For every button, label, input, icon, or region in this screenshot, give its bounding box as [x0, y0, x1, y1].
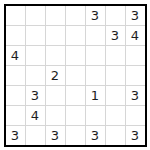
cell-r1c5-clue[interactable]: 3 [86, 6, 105, 25]
cell-r4c7-empty[interactable] [126, 66, 145, 85]
cell-r1c6-empty[interactable] [106, 6, 125, 25]
puzzle-board: 33344231343333 [4, 4, 147, 147]
cell-r3c1-clue[interactable]: 4 [6, 46, 25, 65]
cell-r6c4-empty[interactable] [66, 106, 85, 125]
cell-r2c6-clue[interactable]: 3 [106, 26, 125, 45]
cell-r4c6-empty[interactable] [106, 66, 125, 85]
cell-r5c4-empty[interactable] [66, 86, 85, 105]
cell-r5c7-clue[interactable]: 3 [126, 86, 145, 105]
cell-r3c3-empty[interactable] [46, 46, 65, 65]
cell-r4c1-empty[interactable] [6, 66, 25, 85]
cell-r7c3-clue[interactable]: 3 [46, 126, 65, 145]
cell-r4c2-empty[interactable] [26, 66, 45, 85]
puzzle-page: 33344231343333 [0, 0, 150, 150]
cell-r1c4-empty[interactable] [66, 6, 85, 25]
cell-r1c1-empty[interactable] [6, 6, 25, 25]
cell-r5c2-clue[interactable]: 3 [26, 86, 45, 105]
cell-r2c4-empty[interactable] [66, 26, 85, 45]
cell-r2c1-empty[interactable] [6, 26, 25, 45]
cell-r1c2-empty[interactable] [26, 6, 45, 25]
cell-r6c7-empty[interactable] [126, 106, 145, 125]
cell-r2c5-empty[interactable] [86, 26, 105, 45]
cell-r3c6-empty[interactable] [106, 46, 125, 65]
cell-r6c5-empty[interactable] [86, 106, 105, 125]
cell-r7c6-empty[interactable] [106, 126, 125, 145]
cell-r3c7-empty[interactable] [126, 46, 145, 65]
cell-r5c6-empty[interactable] [106, 86, 125, 105]
cell-r3c5-empty[interactable] [86, 46, 105, 65]
cell-r6c2-clue[interactable]: 4 [26, 106, 45, 125]
cell-r4c5-empty[interactable] [86, 66, 105, 85]
cell-r6c1-empty[interactable] [6, 106, 25, 125]
cell-r5c1-empty[interactable] [6, 86, 25, 105]
cell-r6c6-empty[interactable] [106, 106, 125, 125]
cell-r1c7-clue[interactable]: 3 [126, 6, 145, 25]
cell-r7c7-clue[interactable]: 3 [126, 126, 145, 145]
cell-r6c3-empty[interactable] [46, 106, 65, 125]
cell-r7c1-clue[interactable]: 3 [6, 126, 25, 145]
cell-r1c3-empty[interactable] [46, 6, 65, 25]
cell-r2c2-empty[interactable] [26, 26, 45, 45]
cell-r5c5-clue[interactable]: 1 [86, 86, 105, 105]
cell-r5c3-empty[interactable] [46, 86, 65, 105]
cell-r4c4-empty[interactable] [66, 66, 85, 85]
cell-r2c7-clue[interactable]: 4 [126, 26, 145, 45]
cell-r3c2-empty[interactable] [26, 46, 45, 65]
cell-r7c5-clue[interactable]: 3 [86, 126, 105, 145]
cell-r2c3-empty[interactable] [46, 26, 65, 45]
cell-r7c4-empty[interactable] [66, 126, 85, 145]
cell-r4c3-clue[interactable]: 2 [46, 66, 65, 85]
cell-r3c4-empty[interactable] [66, 46, 85, 65]
cell-r7c2-empty[interactable] [26, 126, 45, 145]
